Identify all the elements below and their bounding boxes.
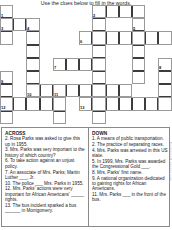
grid-cell[interactable] (79, 97, 92, 110)
down-header: DOWN (92, 130, 168, 136)
grid-cell[interactable] (26, 84, 39, 97)
clue-1: 1. A means of public transportation. (92, 136, 168, 141)
grid-cell[interactable] (26, 31, 39, 44)
clue-4: 4. Mrs. Parks was arrested in this US st… (92, 148, 168, 159)
grid-cell[interactable] (26, 58, 39, 71)
grid-cell[interactable] (26, 45, 39, 58)
grid-cell[interactable] (132, 18, 145, 31)
grid-cell[interactable] (92, 18, 105, 31)
grid-cell[interactable] (0, 97, 13, 110)
grid-cell[interactable] (66, 84, 79, 97)
grid-cell[interactable] (132, 58, 145, 71)
across-clues-column: ACROSS 2. Rosa Parks was asked to give t… (5, 130, 88, 230)
grid-cell[interactable] (158, 84, 171, 97)
across-list: 2. Rosa Parks was asked to give this up … (5, 136, 85, 213)
grid-cell[interactable] (106, 5, 119, 18)
grid-cell[interactable] (0, 71, 13, 84)
grid-cell[interactable] (132, 71, 145, 84)
grid-cell[interactable] (92, 111, 105, 124)
grid-cell[interactable] (13, 18, 26, 31)
clue-2: 2. The practice of separating races. (92, 142, 168, 147)
grid-cell[interactable] (132, 31, 145, 44)
grid-cell[interactable] (40, 97, 53, 110)
grid-cell[interactable] (66, 58, 79, 71)
clue-8: 8. Mrs. Parks' first name. (92, 170, 168, 175)
clue-5: 5. In 1999, Mrs. Parks was awarded the C… (92, 159, 168, 170)
grid-cell[interactable] (158, 31, 171, 44)
grid-cell[interactable] (79, 58, 92, 71)
crossword-grid: 12345678910111213 (0, 5, 172, 125)
clue-9: 9. A national organization dedicated to … (92, 176, 168, 192)
grid-cell[interactable] (79, 84, 92, 97)
clue-2: 2. Rosa Parks was asked to give this up … (5, 136, 85, 147)
grid-cell[interactable] (132, 97, 145, 110)
grid-cell[interactable] (0, 18, 13, 31)
grid-cell[interactable] (132, 45, 145, 58)
clue-7: 7. An associate of Mrs. Parks; Martin Lu… (5, 169, 85, 180)
grid-cell[interactable] (106, 97, 119, 110)
grid-cell[interactable] (13, 97, 26, 110)
clue-box: ACROSS 2. Rosa Parks was asked to give t… (1, 127, 170, 227)
grid-cell[interactable] (158, 71, 171, 84)
grid-cell[interactable] (119, 31, 132, 44)
grid-cell[interactable] (92, 5, 105, 18)
grid-cell[interactable] (79, 31, 92, 44)
grid-cell[interactable] (158, 58, 171, 71)
grid-cell[interactable] (92, 97, 105, 110)
grid-cell[interactable] (40, 84, 53, 97)
grid-cell[interactable] (158, 97, 171, 110)
grid-cell[interactable] (145, 31, 158, 44)
grid-cell[interactable] (53, 97, 66, 110)
clue-6: 6. To take action against an unjust poli… (5, 158, 85, 169)
clue-13: 13. The bus incident sparked a bus _____… (5, 202, 85, 213)
clue-box-divider (88, 128, 89, 226)
grid-cell[interactable] (92, 45, 105, 58)
grid-cell[interactable] (0, 84, 13, 97)
grid-cell[interactable] (53, 111, 66, 124)
grid-cell[interactable] (119, 5, 132, 18)
grid-cell[interactable] (106, 84, 119, 97)
down-list: 1. A means of public transportation.2. T… (92, 136, 168, 202)
clue-11: 11. Mrs. Parks ___ in the front of the b… (92, 192, 168, 203)
down-clues-column: DOWN 1. A means of public transportation… (92, 130, 171, 230)
grid-cell[interactable] (26, 97, 39, 110)
clue-10: 10. The police ___ Mrs. Parks in 1955. (5, 180, 85, 185)
grid-cell[interactable] (0, 31, 13, 44)
grid-cell[interactable] (92, 31, 105, 44)
grid-cell[interactable] (53, 84, 66, 97)
grid-cell[interactable] (145, 97, 158, 110)
worksheet: Use the clues below to fill in the words… (0, 0, 172, 230)
grid-cell[interactable] (26, 71, 39, 84)
clue-12: 12. Mrs. Parks' actions were very import… (5, 186, 85, 202)
grid-cell[interactable] (0, 111, 13, 124)
grid-cell[interactable] (119, 84, 132, 97)
grid-cell[interactable] (106, 31, 119, 44)
clue-3: 3. Mrs. Parks was very important to the … (5, 147, 85, 158)
across-header: ACROSS (5, 130, 85, 136)
grid-cell[interactable] (53, 58, 66, 71)
grid-cell[interactable] (92, 84, 105, 97)
grid-cell[interactable] (132, 5, 145, 18)
grid-cell[interactable] (119, 97, 132, 110)
grid-cell[interactable] (26, 18, 39, 31)
grid-cell[interactable] (92, 58, 105, 71)
grid-cell[interactable] (92, 71, 105, 84)
grid-cell[interactable] (0, 5, 13, 18)
